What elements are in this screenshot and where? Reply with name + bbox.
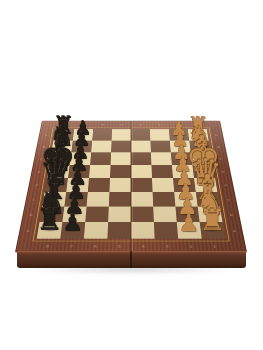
board-square [84,222,108,239]
board-front-box-edge [17,251,246,268]
coordinate-label: c [227,198,230,201]
coordinate-label: g [42,145,45,147]
board-square [110,165,131,178]
board-square [196,192,220,207]
board-square [172,165,194,178]
board-square [131,178,153,192]
coordinate-label: 3 [158,123,161,125]
coordinate-label: 6 [94,244,97,247]
board-square [171,152,193,164]
board-square [154,222,178,239]
board-square [151,165,173,178]
chess-board: 8877665544332211hhggffeeddccbbaa [15,121,247,253]
board-square [62,207,86,223]
front-fold-seam [130,251,132,268]
board-square [87,192,110,207]
board-square [131,129,150,140]
coordinate-label: g [217,145,220,147]
board-square [112,129,131,140]
coordinate-label: e [37,170,40,173]
coordinate-label: 3 [165,244,168,247]
board-square [39,207,64,223]
board-square [151,152,172,164]
board-square [92,129,112,140]
board-square [45,178,68,192]
board-square [153,207,177,223]
board-square [131,152,151,164]
coordinate-label: 5 [120,123,122,125]
coordinate-label: 1 [195,123,198,125]
board-square [90,152,111,164]
coordinate-label: a [232,229,235,232]
board-square [68,165,90,178]
board-square [107,222,131,239]
board-square [191,152,213,164]
board-square [150,141,170,153]
board-square [174,192,197,207]
board-square [60,222,85,239]
board-square [131,222,155,239]
board-square [51,141,72,153]
board-square [200,222,226,239]
board-square [109,192,131,207]
coordinate-label: 2 [189,244,192,247]
board-square [37,222,63,239]
board-square [70,152,92,164]
coordinate-label: 4 [139,123,141,125]
board-square [192,165,215,178]
board-square [89,165,111,178]
board-square [88,178,110,192]
coordinate-label: a [26,229,29,232]
board-square [188,129,209,140]
board-square [131,141,151,153]
coordinate-label: 4 [141,244,144,247]
board-square [85,207,109,223]
coordinate-label: b [229,213,232,216]
coordinate-label: e [221,170,224,173]
board-square [131,165,152,178]
board-square [108,207,131,223]
coordinate-label: f [40,157,42,159]
coordinate-label: d [224,183,227,186]
board-square [170,141,191,153]
coordinate-label: 8 [64,123,67,125]
board-square [42,192,66,207]
board-square [91,141,111,153]
board-square [152,178,174,192]
board-square [177,222,202,239]
board-square [64,192,87,207]
board-square [173,178,196,192]
coordinate-label: 1 [213,244,217,247]
coordinate-label: 8 [46,244,50,247]
coordinate-label: b [29,213,32,216]
board-square [131,207,154,223]
coordinate-label: h [215,134,218,136]
board-square [71,141,92,153]
coordinate-label: 6 [102,123,105,125]
board-square [66,178,89,192]
coordinate-label: 7 [70,244,73,247]
board-square [198,207,223,223]
board-square [111,141,131,153]
board-square [49,152,71,164]
board-square [109,178,131,192]
board-square [150,129,170,140]
board-square [47,165,70,178]
coordinate-label: d [35,183,38,186]
board-square [175,207,199,223]
chessboard-scene: 8877665544332211hhggffeeddccbbaa ♜♞♝♛♚♝♞… [0,0,263,350]
board-square [169,129,189,140]
board-square [131,192,153,207]
board-square [153,192,176,207]
coordinate-label: 2 [177,123,180,125]
board-square [194,178,217,192]
coordinate-label: 5 [117,244,120,247]
coordinate-label: 7 [83,123,86,125]
chess-set-product-photo: 8877665544332211hhggffeeddccbbaa ♜♞♝♛♚♝♞… [0,0,263,350]
coordinate-label: c [32,198,35,201]
board-square [73,129,93,140]
board-square [111,152,131,164]
board-square [53,129,74,140]
coordinate-label: f [220,157,222,159]
coordinate-label: h [44,134,47,136]
board-square [189,141,210,153]
